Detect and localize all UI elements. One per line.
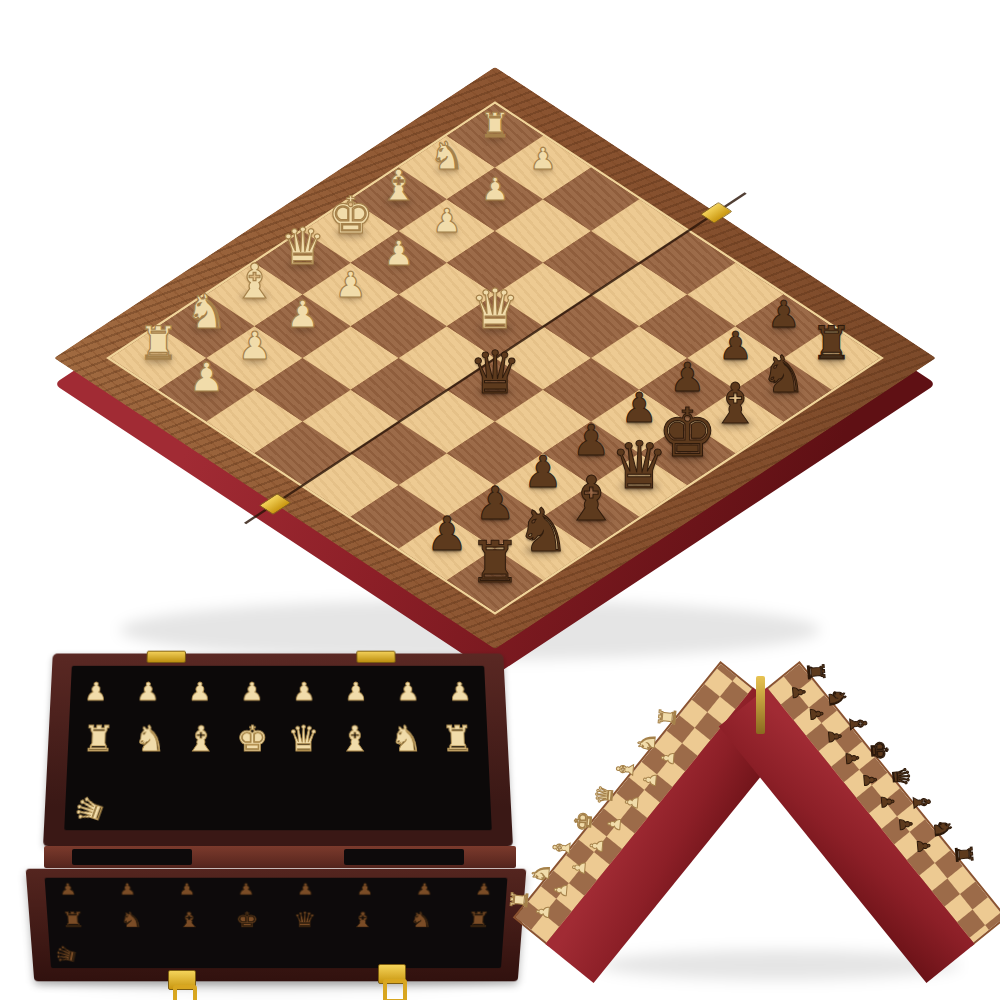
magnet-white-pawn: ♟ bbox=[659, 750, 677, 767]
tray-black-queen: ♛ bbox=[293, 910, 317, 931]
tray-white-pawn: ♟ bbox=[84, 679, 108, 704]
loose-black-queen: ♛ bbox=[53, 942, 81, 968]
magnet-white-pawn: ♟ bbox=[570, 860, 588, 877]
tray-white-rook: ♜ bbox=[82, 722, 116, 757]
magnet-white-rook: ♜ bbox=[508, 889, 533, 912]
lid-black-felt: ♟♟♟♟♟♟♟♟ ♜♞♝♚♛♝♞♜ ♛ bbox=[64, 666, 492, 830]
tray-white-bishop: ♝ bbox=[185, 722, 218, 757]
magnet-white-king: ♚ bbox=[571, 810, 596, 833]
magnet-black-pawn: ♟ bbox=[914, 838, 932, 855]
magnet-white-knight: ♞ bbox=[635, 732, 660, 755]
case-latch-icon bbox=[378, 964, 406, 984]
magnet-black-rook: ♜ bbox=[951, 843, 976, 866]
tray-black-pawn: ♟ bbox=[119, 881, 137, 896]
storage-case-open: ♟♟♟♟♟♟♟♟ ♜♞♝♚♛♝♞♜ ♛ ♟♟♟♟♟♟♟♟ ♜♞♝♚♛♝♞♜ ♛ bbox=[18, 640, 533, 998]
magnet-black-pawn: ♟ bbox=[843, 750, 861, 767]
tray-white-pawn: ♟ bbox=[188, 679, 211, 704]
magnet-black-bishop: ♝ bbox=[909, 791, 934, 814]
magnet-black-pawn: ♟ bbox=[825, 728, 843, 745]
tray-white-pawn: ♟ bbox=[136, 679, 160, 704]
magnet-black-pawn: ♟ bbox=[878, 794, 896, 811]
tray-white-pawn: ♟ bbox=[344, 679, 367, 704]
magnet-white-pawn: ♟ bbox=[552, 882, 570, 899]
tray-white-queen: ♛ bbox=[287, 722, 319, 757]
magnet-white-rook: ♜ bbox=[656, 706, 681, 729]
loose-white-queen: ♛ bbox=[69, 791, 110, 829]
magnet-black-pawn: ♟ bbox=[789, 684, 807, 701]
tray-white-knight: ♞ bbox=[390, 722, 423, 757]
tray-black-bishop: ♝ bbox=[351, 910, 375, 931]
tray-black-pawn: ♟ bbox=[59, 881, 77, 896]
tray-white-king: ♚ bbox=[236, 722, 268, 757]
case-hinge-icon bbox=[356, 651, 395, 663]
black-pawn-tray-row: ♟♟♟♟♟♟♟♟ bbox=[59, 881, 493, 896]
case-latch-icon bbox=[168, 970, 196, 990]
tray-black-rook: ♜ bbox=[466, 910, 491, 931]
tray-white-bishop: ♝ bbox=[339, 722, 372, 757]
black-major-tray-row: ♜♞♝♚♛♝♞♜ bbox=[61, 910, 491, 931]
magnet-white-pawn: ♟ bbox=[606, 816, 624, 833]
chess-board-open bbox=[54, 67, 936, 649]
magnet-black-pawn: ♟ bbox=[896, 816, 914, 833]
tray-black-pawn: ♟ bbox=[297, 881, 314, 896]
tray-white-pawn: ♟ bbox=[240, 679, 263, 704]
tray-black-bishop: ♝ bbox=[177, 910, 201, 931]
magnet-white-pawn: ♟ bbox=[588, 838, 606, 855]
tray-white-pawn: ♟ bbox=[448, 679, 472, 704]
tray-white-rook: ♜ bbox=[441, 722, 475, 757]
tray-white-pawn: ♟ bbox=[396, 679, 420, 704]
tray-black-knight: ♞ bbox=[409, 910, 433, 931]
magnet-black-rook: ♜ bbox=[803, 661, 828, 684]
magnet-black-knight: ♞ bbox=[824, 687, 849, 710]
magnet-white-pawn: ♟ bbox=[623, 794, 641, 811]
white-major-tray-row: ♜♞♝♚♛♝♞♜ bbox=[82, 722, 475, 757]
tray-black-king: ♚ bbox=[235, 910, 259, 931]
product-photo-chess-set: ♜♞♝♛♚♝♞♜♟♟♟♟♟♟♟♟♛♛♟♟♟♟♟♟♟♟♜♞♝♛♚♝♞♜ ♟♟♟♟♟… bbox=[0, 0, 1000, 1000]
base-black-felt: ♟♟♟♟♟♟♟♟ ♜♞♝♚♛♝♞♜ ♛ bbox=[45, 878, 508, 968]
tray-black-pawn: ♟ bbox=[238, 881, 255, 896]
tray-black-knight: ♞ bbox=[119, 910, 143, 931]
magnet-white-queen: ♛ bbox=[592, 784, 617, 807]
magnet-black-king: ♚ bbox=[867, 739, 892, 762]
magnet-white-pawn: ♟ bbox=[534, 904, 552, 921]
magnet-black-pawn: ♟ bbox=[860, 772, 878, 789]
magnet-black-queen: ♛ bbox=[888, 765, 913, 788]
tray-black-pawn: ♟ bbox=[356, 881, 374, 896]
folded-board-tent: ♜♞♝♚♛♝♞♜ ♟♟♟♟♟♟♟♟ ♜♞♝♚♛♝♞♜ ♟♟♟♟♟♟♟♟ bbox=[560, 612, 1000, 1000]
white-pawn-tray-row: ♟♟♟♟♟♟♟♟ bbox=[84, 679, 472, 704]
tray-black-pawn: ♟ bbox=[178, 881, 196, 896]
magnet-white-pawn: ♟ bbox=[641, 772, 659, 789]
magnet-white-knight: ♞ bbox=[529, 862, 554, 885]
tray-black-pawn: ♟ bbox=[415, 881, 433, 896]
magnet-white-bishop: ♝ bbox=[613, 758, 638, 781]
board-wood-frame bbox=[54, 67, 936, 649]
tray-white-pawn: ♟ bbox=[292, 679, 315, 704]
felt-pad bbox=[344, 849, 464, 865]
magnet-black-pawn: ♟ bbox=[807, 706, 825, 723]
case-hinge-band bbox=[44, 846, 516, 868]
magnet-black-knight: ♞ bbox=[930, 817, 955, 840]
case-lid-white-tray: ♟♟♟♟♟♟♟♟ ♜♞♝♚♛♝♞♜ ♛ bbox=[43, 653, 513, 846]
magnet-white-bishop: ♝ bbox=[550, 836, 575, 859]
tray-white-knight: ♞ bbox=[133, 722, 166, 757]
magnet-black-bishop: ♝ bbox=[845, 713, 870, 736]
felt-pad bbox=[72, 849, 192, 865]
case-base-black-tray: ♟♟♟♟♟♟♟♟ ♜♞♝♚♛♝♞♜ ♛ bbox=[26, 869, 527, 982]
fold-gold-hinge-icon bbox=[756, 676, 765, 734]
tray-black-rook: ♜ bbox=[61, 910, 86, 931]
tray-black-pawn: ♟ bbox=[475, 881, 493, 896]
case-hinge-icon bbox=[147, 651, 187, 663]
